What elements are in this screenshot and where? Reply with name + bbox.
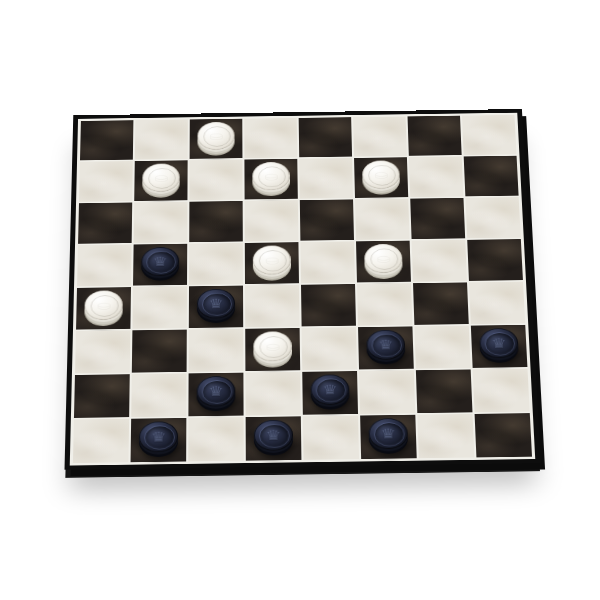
square-r7c3[interactable]: ♛: [188, 373, 243, 417]
square-r8c4[interactable]: ♛: [246, 416, 302, 460]
square-r5c6[interactable]: [357, 283, 412, 325]
square-r8c1[interactable]: [73, 419, 129, 463]
square-r3c2[interactable]: [134, 202, 188, 243]
square-r1c5[interactable]: [299, 117, 352, 157]
white-checker-piece[interactable]: ⛀: [364, 244, 403, 273]
square-r3c5[interactable]: [300, 199, 354, 240]
square-r3c3[interactable]: [189, 201, 243, 242]
square-r1c3[interactable]: ⛀: [190, 119, 243, 159]
black-draughts-man-icon: ♛: [254, 420, 293, 451]
black-draughts-man-icon: ♛: [310, 374, 349, 405]
white-draughts-man-icon: ⛀: [142, 163, 180, 192]
white-draughts-man-icon: ⛀: [197, 122, 234, 150]
square-r5c5[interactable]: [301, 284, 356, 326]
square-r7c8[interactable]: [473, 369, 530, 413]
square-r8c3[interactable]: [188, 417, 244, 461]
square-r8c2[interactable]: ♛: [131, 418, 187, 462]
square-r5c2[interactable]: [132, 286, 187, 328]
square-r1c2[interactable]: [135, 119, 188, 159]
square-r3c4[interactable]: [245, 200, 299, 241]
square-r8c7[interactable]: [417, 414, 474, 458]
black-draughts-man-icon: ♛: [139, 421, 178, 452]
black-checker-piece[interactable]: ♛: [197, 376, 236, 407]
square-r2c3[interactable]: [189, 160, 242, 201]
square-r2c7[interactable]: [409, 156, 464, 197]
square-r7c1[interactable]: [74, 374, 130, 418]
white-checker-piece[interactable]: ⛀: [253, 245, 291, 274]
square-r7c4[interactable]: [245, 372, 300, 416]
square-r5c8[interactable]: [469, 282, 525, 324]
square-r6c1[interactable]: [75, 330, 130, 373]
white-draughts-man-icon: ⛀: [362, 160, 400, 189]
black-draughts-man-icon: ♛: [368, 418, 408, 449]
square-r5c1[interactable]: ⛀: [76, 287, 131, 329]
square-r6c3[interactable]: [189, 329, 244, 372]
black-draughts-man-icon: ♛: [197, 376, 236, 407]
square-r1c1[interactable]: [80, 120, 133, 160]
black-checker-piece[interactable]: ♛: [366, 330, 405, 360]
white-checker-piece[interactable]: ⛀: [253, 331, 292, 361]
square-r8c6[interactable]: ♛: [360, 415, 417, 459]
square-r2c1[interactable]: [79, 161, 133, 202]
black-draughts-man-icon: ♛: [197, 289, 235, 319]
black-checker-piece[interactable]: ♛: [141, 247, 179, 276]
square-r5c7[interactable]: [413, 282, 469, 324]
white-draughts-man-icon: ⛀: [84, 290, 123, 320]
square-r4c3[interactable]: [189, 243, 243, 285]
square-r2c8[interactable]: [464, 156, 519, 197]
square-r7c6[interactable]: [359, 370, 415, 414]
square-r2c4[interactable]: ⛀: [244, 159, 297, 200]
black-checker-piece[interactable]: ♛: [479, 328, 519, 358]
square-r7c2[interactable]: [131, 373, 186, 417]
white-draughts-man-icon: ⛀: [364, 244, 403, 273]
white-draughts-man-icon: ⛀: [253, 245, 291, 274]
square-r4c7[interactable]: [412, 240, 467, 282]
square-r8c8[interactable]: [475, 413, 532, 457]
square-r4c4[interactable]: ⛀: [245, 242, 299, 284]
black-draughts-man-icon: ♛: [479, 328, 519, 358]
white-checker-piece[interactable]: ⛀: [142, 163, 180, 192]
board-frame: ⛀⛀⛀⛀♛⛀⛀⛀♛⛀♛♛♛♛♛♛♛: [64, 109, 540, 470]
square-r3c8[interactable]: [465, 197, 520, 238]
square-r7c7[interactable]: [416, 369, 473, 413]
white-draughts-man-icon: ⛀: [252, 162, 290, 191]
black-checker-piece[interactable]: ♛: [139, 421, 178, 452]
board-perspective-wrap: ⛀⛀⛀⛀♛⛀⛀⛀♛⛀♛♛♛♛♛♛♛: [64, 109, 540, 470]
square-r1c8[interactable]: [462, 115, 517, 155]
black-draughts-man-icon: ♛: [366, 330, 405, 360]
board-inner-margin: ⛀⛀⛀⛀♛⛀⛀⛀♛⛀♛♛♛♛♛♛♛: [70, 113, 535, 466]
square-r2c6[interactable]: ⛀: [354, 157, 408, 198]
checkers-board: ⛀⛀⛀⛀♛⛀⛀⛀♛⛀♛♛♛♛♛♛♛: [73, 115, 532, 463]
white-checker-piece[interactable]: ⛀: [84, 290, 123, 320]
square-r6c5[interactable]: [302, 327, 357, 370]
square-r1c4[interactable]: [244, 118, 297, 158]
black-draughts-man-icon: ♛: [141, 247, 179, 276]
square-r3c1[interactable]: [78, 202, 132, 243]
white-checker-piece[interactable]: ⛀: [362, 160, 400, 189]
white-checker-piece[interactable]: ⛀: [197, 122, 234, 150]
white-checker-piece[interactable]: ⛀: [252, 162, 290, 191]
black-checker-piece[interactable]: ♛: [197, 289, 235, 319]
square-r1c7[interactable]: [408, 116, 462, 156]
square-r8c5[interactable]: [303, 416, 359, 460]
white-draughts-man-icon: ⛀: [253, 331, 292, 361]
black-checker-piece[interactable]: ♛: [254, 420, 293, 451]
square-r1c6[interactable]: [353, 116, 407, 156]
square-r2c5[interactable]: [299, 158, 353, 199]
square-r5c4[interactable]: [245, 285, 300, 327]
square-r6c6[interactable]: ♛: [358, 326, 414, 369]
square-r5c3[interactable]: ♛: [189, 286, 243, 328]
square-r4c8[interactable]: [467, 239, 523, 281]
scene: ⛀⛀⛀⛀♛⛀⛀⛀♛⛀♛♛♛♛♛♛♛: [0, 0, 600, 600]
square-r4c6[interactable]: ⛀: [356, 241, 411, 283]
black-checker-piece[interactable]: ♛: [368, 418, 408, 449]
square-r4c2[interactable]: ♛: [133, 244, 187, 286]
square-r6c7[interactable]: [414, 326, 470, 369]
black-checker-piece[interactable]: ♛: [310, 374, 349, 405]
square-r7c5[interactable]: ♛: [302, 371, 358, 415]
square-r4c1[interactable]: [77, 245, 132, 287]
square-r2c2[interactable]: ⛀: [134, 160, 187, 201]
square-r6c8[interactable]: ♛: [471, 325, 528, 368]
square-r6c2[interactable]: [132, 330, 187, 373]
square-r4c5[interactable]: [300, 241, 355, 283]
square-r3c7[interactable]: [410, 198, 465, 239]
square-r3c6[interactable]: [355, 199, 410, 240]
square-r6c4[interactable]: ⛀: [245, 328, 300, 371]
